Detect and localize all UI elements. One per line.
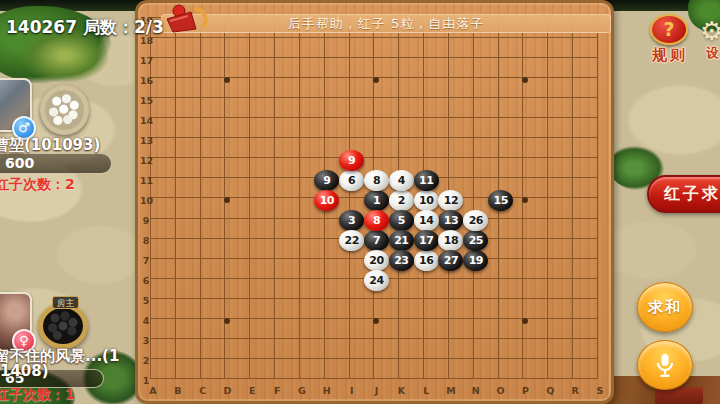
- announcement-horn-icon: [164, 4, 216, 38]
- stone-move-number: 20: [364, 250, 389, 271]
- stone-move-number: 1: [364, 190, 389, 211]
- row-label: 8: [140, 235, 152, 246]
- board-stone-red-8: 8: [364, 210, 389, 231]
- board-stone-black-23: 23: [389, 250, 414, 271]
- black-stone-bowl: [38, 303, 88, 349]
- board-stone-black-1: 1: [364, 190, 389, 211]
- row-label: 2: [140, 355, 152, 366]
- board-stone-red-9: 9: [339, 150, 364, 171]
- column-label: C: [199, 385, 206, 396]
- board-stone-white-6: 6: [339, 170, 364, 191]
- column-label: D: [224, 385, 232, 396]
- board-stone-white-24: 24: [364, 270, 389, 291]
- stone-move-number: 9: [339, 150, 364, 171]
- board-stone-white-16: 16: [414, 250, 439, 271]
- row-label: 5: [140, 295, 152, 306]
- stone-move-number: 10: [314, 190, 339, 211]
- row-label: 4: [140, 315, 152, 326]
- stone-move-number: 15: [488, 190, 513, 211]
- row-label: 3: [140, 335, 152, 346]
- stone-move-number: 26: [463, 210, 488, 231]
- rule-banner: 后手帮助，红子 5粒，自由落子: [161, 14, 611, 33]
- board-stone-black-9: 9: [314, 170, 339, 191]
- column-label: R: [571, 385, 578, 396]
- game-screen: 后手帮助，红子 5粒，自由落子 191817161514131211109876…: [0, 0, 720, 404]
- row-label: 16: [140, 75, 152, 86]
- board-stone-black-19: 19: [463, 250, 488, 271]
- white-stone-bowl: [40, 85, 89, 135]
- gomoku-board[interactable]: 后手帮助，红子 5粒，自由落子 191817161514131211109876…: [135, 0, 614, 404]
- opponent-score: 600: [0, 153, 112, 174]
- column-label: I: [350, 385, 354, 396]
- player-name-line2: 1408): [0, 362, 49, 380]
- column-label: N: [472, 385, 480, 396]
- board-stone-white-10: 10: [414, 190, 439, 211]
- column-label: L: [423, 385, 429, 396]
- row-label: 12: [140, 155, 152, 166]
- board-stone-white-14: 14: [414, 210, 439, 231]
- stone-move-number: 10: [414, 190, 439, 211]
- stone-move-number: 3: [339, 210, 364, 231]
- row-label: 6: [140, 275, 152, 286]
- row-label: 13: [140, 135, 152, 146]
- red-stone-request-button[interactable]: 红子求和: [647, 175, 720, 213]
- stone-move-number: 25: [463, 230, 488, 251]
- board-stone-white-22: 22: [339, 230, 364, 251]
- stone-move-number: 24: [364, 270, 389, 291]
- board-stone-red-10: 10: [314, 190, 339, 211]
- board-stone-black-15: 15: [488, 190, 513, 211]
- column-label: S: [597, 385, 604, 396]
- stone-move-number: 12: [438, 190, 463, 211]
- board-stone-black-11: 11: [414, 170, 439, 191]
- stone-move-number: 7: [364, 230, 389, 251]
- stone-move-number: 17: [414, 230, 439, 251]
- board-stone-black-17: 17: [414, 230, 439, 251]
- stone-move-number: 13: [438, 210, 463, 231]
- stone-move-number: 8: [364, 170, 389, 191]
- column-label: F: [274, 385, 281, 396]
- board-stone-white-18: 18: [438, 230, 463, 251]
- opponent-name: 曹堃(101093): [0, 136, 100, 155]
- board-stone-white-26: 26: [463, 210, 488, 231]
- stone-move-number: 5: [389, 210, 414, 231]
- row-label: 17: [140, 55, 152, 66]
- board-stone-white-12: 12: [438, 190, 463, 211]
- player-red-count: 红子次数：1: [0, 386, 75, 404]
- board-stone-black-13: 13: [438, 210, 463, 231]
- stone-move-number: 8: [364, 210, 389, 231]
- row-label: 11: [140, 175, 152, 186]
- stone-move-number: 18: [438, 230, 463, 251]
- column-label: K: [398, 385, 405, 396]
- board-stone-black-27: 27: [438, 250, 463, 271]
- room-owner-badge: 房主: [52, 296, 79, 309]
- row-label: 9: [140, 215, 152, 226]
- stone-move-number: 22: [339, 230, 364, 251]
- board-stone-black-5: 5: [389, 210, 414, 231]
- column-label: E: [249, 385, 256, 396]
- column-label: J: [375, 385, 379, 396]
- stone-move-number: 27: [438, 250, 463, 271]
- stone-move-number: 4: [389, 170, 414, 191]
- stone-move-number: 16: [414, 250, 439, 271]
- board-stone-black-7: 7: [364, 230, 389, 251]
- row-label: 7: [140, 255, 152, 266]
- offer-draw-button[interactable]: 求和: [637, 282, 693, 332]
- stone-move-number: 19: [463, 250, 488, 271]
- row-label: 15: [140, 95, 152, 106]
- settings-label: 设: [706, 44, 719, 62]
- voice-chat-button[interactable]: [637, 340, 693, 390]
- column-label: B: [174, 385, 181, 396]
- stone-move-number: 2: [389, 190, 414, 211]
- board-stone-white-4: 4: [389, 170, 414, 191]
- board-stone-black-3: 3: [339, 210, 364, 231]
- board-stone-white-20: 20: [364, 250, 389, 271]
- board-stone-white-8: 8: [364, 170, 389, 191]
- stone-move-number: 9: [314, 170, 339, 191]
- column-label: P: [522, 385, 529, 396]
- rules-button[interactable]: ?: [650, 14, 688, 45]
- opponent-red-count: 红子次数：2: [0, 176, 75, 194]
- stone-move-number: 11: [414, 170, 439, 191]
- stone-move-number: 23: [389, 250, 414, 271]
- stone-move-number: 6: [339, 170, 364, 191]
- column-label: A: [149, 385, 156, 396]
- column-label: G: [298, 385, 306, 396]
- rules-button-label: 规则: [646, 46, 694, 65]
- stone-move-number: 14: [414, 210, 439, 231]
- board-stone-black-25: 25: [463, 230, 488, 251]
- microphone-icon: [653, 353, 677, 379]
- stone-move-number: 21: [389, 230, 414, 251]
- settings-gear-icon[interactable]: ⚙: [700, 16, 720, 46]
- row-label: 10: [140, 195, 152, 206]
- board-stone-black-21: 21: [389, 230, 414, 251]
- board-stone-white-2: 2: [389, 190, 414, 211]
- row-label: 14: [140, 115, 152, 126]
- column-label: H: [323, 385, 331, 396]
- column-label: M: [446, 385, 455, 396]
- column-label: O: [497, 385, 505, 396]
- room-info-text: 140267 局数：2/3: [6, 16, 164, 39]
- column-label: Q: [546, 385, 554, 396]
